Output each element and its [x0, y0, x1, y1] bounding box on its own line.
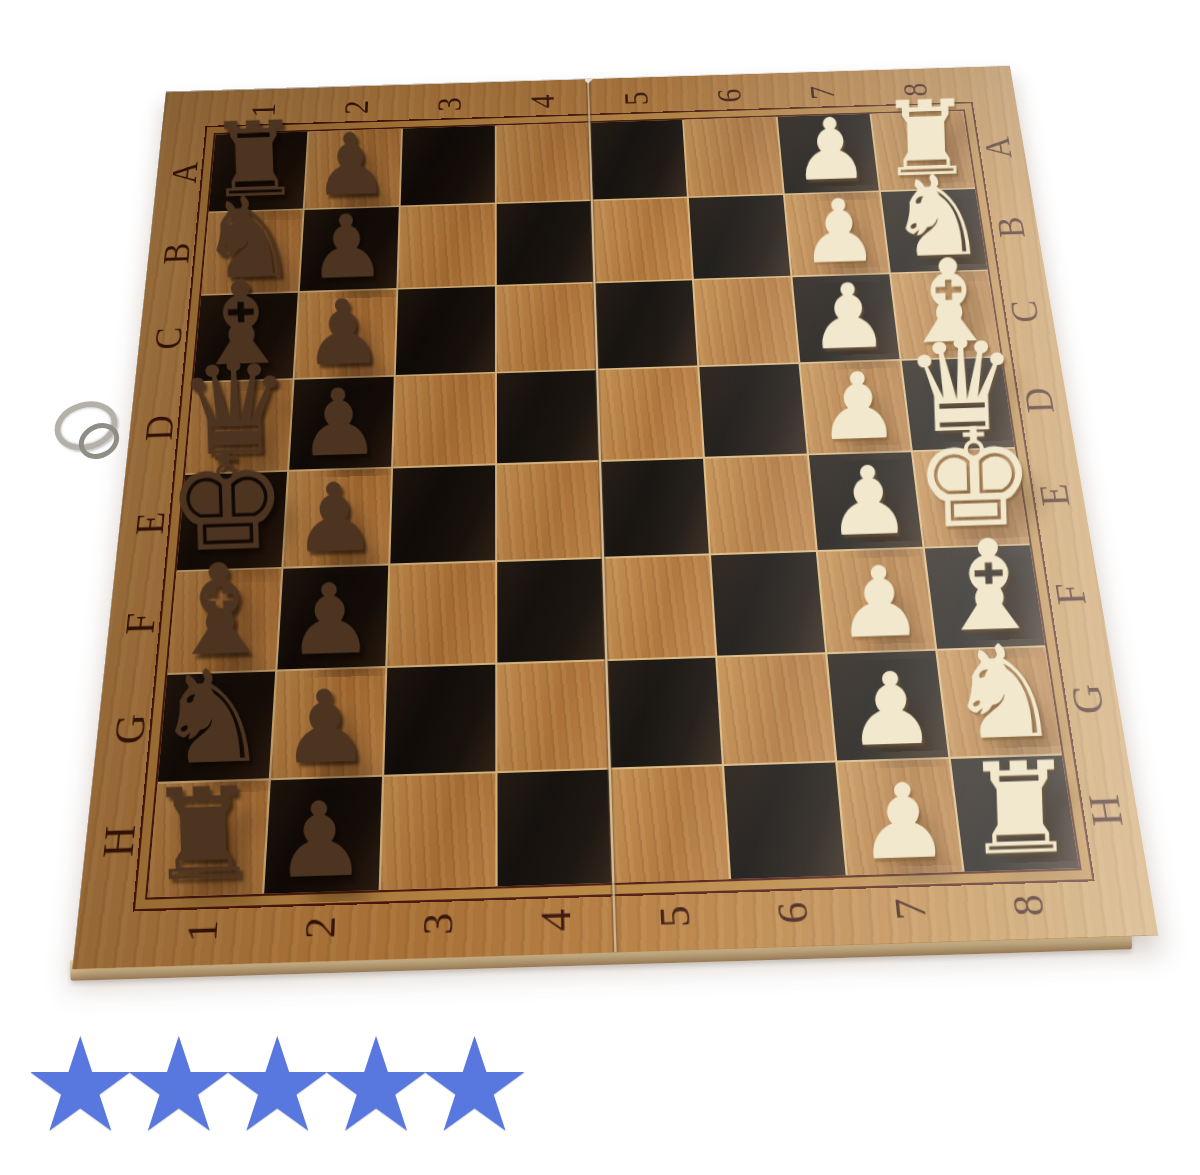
square-e7[interactable]: ♟ [809, 452, 923, 550]
cream-pawn[interactable]: ♟ [799, 188, 880, 273]
cream-pawn[interactable]: ♟ [816, 362, 901, 452]
square-a3[interactable] [401, 126, 495, 206]
cream-pawn[interactable]: ♟ [807, 273, 890, 360]
cream-rook[interactable]: ♜ [961, 746, 1077, 869]
coord-label-f: F [1043, 582, 1096, 605]
square-h2[interactable]: ♟ [264, 777, 382, 894]
cream-pawn[interactable]: ♟ [834, 555, 924, 650]
coord-label-4: 4 [522, 94, 562, 109]
square-g2[interactable]: ♟ [271, 668, 385, 778]
square-h8[interactable]: ♜ [951, 755, 1079, 871]
dark-pawn[interactable]: ♟ [279, 678, 372, 776]
square-e4[interactable] [497, 462, 602, 560]
square-d6[interactable] [699, 364, 807, 457]
square-h6[interactable] [724, 763, 846, 879]
cream-pawn[interactable]: ♟ [845, 660, 938, 758]
square-f4[interactable] [497, 559, 605, 663]
square-f6[interactable] [711, 552, 825, 656]
square-g6[interactable] [717, 654, 835, 764]
square-d3[interactable] [393, 373, 495, 466]
coord-label-4: 4 [530, 908, 580, 932]
square-f3[interactable] [387, 562, 495, 666]
star-icon[interactable]: ★ [416, 1020, 533, 1150]
square-c6[interactable] [694, 277, 798, 365]
square-e3[interactable] [390, 465, 495, 563]
square-h7[interactable]: ♟ [837, 759, 962, 875]
coord-label-2: 2 [336, 100, 376, 115]
square-e2[interactable]: ♟ [283, 468, 391, 566]
coord-label-5: 5 [648, 905, 699, 929]
metal-clasp-icon [52, 394, 122, 474]
dark-pawn[interactable]: ♟ [307, 204, 388, 289]
coord-label-3: 3 [429, 97, 469, 112]
coord-label-3: 3 [412, 912, 462, 936]
square-c4[interactable] [497, 283, 596, 371]
square-c5[interactable] [595, 280, 697, 368]
square-e6[interactable] [705, 455, 816, 553]
cream-pawn[interactable]: ♟ [856, 772, 952, 873]
square-h4[interactable] [497, 770, 612, 887]
board-scene: 12345678 12345678 ABCDEFGH ABCDEFGH ♜♟♟♜… [0, 0, 1200, 990]
coord-label-g: G [1059, 683, 1114, 715]
cream-pawn[interactable]: ♟ [825, 455, 913, 547]
square-h5[interactable] [611, 766, 729, 882]
coord-label-2: 2 [294, 916, 345, 940]
coord-label-6: 6 [766, 901, 818, 925]
dark-pawn[interactable]: ♟ [285, 572, 375, 667]
square-d4[interactable] [497, 370, 599, 463]
square-e5[interactable] [601, 459, 709, 557]
coord-label-8: 8 [1001, 894, 1054, 918]
square-a5[interactable] [590, 120, 687, 200]
dark-pawn[interactable]: ♟ [296, 378, 381, 468]
dark-pawn[interactable]: ♟ [272, 790, 368, 891]
coord-label-6: 6 [708, 88, 748, 103]
square-g3[interactable] [384, 665, 495, 775]
coord-label-7: 7 [884, 897, 936, 921]
square-c2[interactable]: ♟ [295, 290, 397, 378]
square-b6[interactable] [689, 195, 791, 279]
coord-label-7: 7 [801, 85, 842, 100]
coord-label-g: G [102, 713, 155, 745]
square-b3[interactable] [398, 204, 495, 288]
square-f5[interactable] [604, 555, 715, 659]
square-h3[interactable] [381, 773, 496, 890]
square-g5[interactable] [607, 658, 721, 768]
dark-pawn[interactable]: ♟ [291, 472, 379, 564]
square-b5[interactable] [593, 198, 692, 282]
coord-label-1: 1 [175, 920, 227, 944]
coord-label-5: 5 [615, 91, 655, 106]
square-g4[interactable] [497, 661, 608, 771]
product-photo: 12345678 12345678 ABCDEFGH ABCDEFGH ♜♟♟♜… [0, 0, 1200, 1175]
coord-label-h: H [90, 825, 145, 859]
square-a4[interactable] [497, 123, 591, 203]
dark-pawn[interactable]: ♟ [302, 289, 385, 376]
coord-label-h: H [1076, 794, 1133, 828]
square-c7[interactable]: ♟ [792, 274, 899, 362]
square-b2[interactable]: ♟ [300, 207, 399, 291]
dark-rook[interactable]: ♜ [145, 772, 261, 895]
square-f2[interactable]: ♟ [277, 565, 388, 669]
square-f7[interactable]: ♟ [818, 549, 935, 653]
square-c3[interactable] [396, 287, 495, 375]
square-h1[interactable]: ♜ [147, 780, 268, 897]
square-a6[interactable] [684, 117, 783, 197]
square-d7[interactable]: ♟ [801, 361, 911, 454]
coord-label-f: F [114, 611, 165, 635]
square-d5[interactable] [598, 367, 703, 460]
star-rating[interactable]: ★★★★★ [22, 1020, 515, 1150]
square-b4[interactable] [497, 201, 594, 285]
chess-board: 12345678 12345678 ABCDEFGH ABCDEFGH ♜♟♟♜… [73, 66, 1159, 970]
square-d2[interactable]: ♟ [289, 377, 394, 470]
square-g7[interactable]: ♟ [827, 651, 948, 761]
